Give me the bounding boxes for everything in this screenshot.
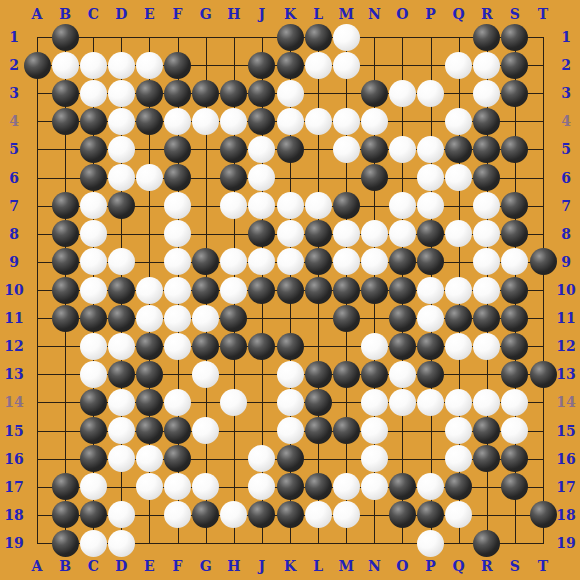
stone-black-L1[interactable] (305, 24, 332, 51)
coord-label-left-12: 12 (0, 339, 28, 353)
stone-white-F18[interactable] (164, 501, 191, 528)
stone-white-Q2[interactable] (445, 52, 472, 79)
stone-white-F14[interactable] (164, 389, 191, 416)
stone-white-D14[interactable] (108, 389, 135, 416)
stone-white-R2[interactable] (473, 52, 500, 79)
stone-white-N12[interactable] (361, 333, 388, 360)
stone-black-S2[interactable] (501, 52, 528, 79)
coord-label-left-17: 17 (0, 480, 28, 494)
stone-black-N6[interactable] (361, 164, 388, 191)
stone-black-E14[interactable] (136, 389, 163, 416)
stone-white-D6[interactable] (108, 164, 135, 191)
coord-label-top-F: F (164, 7, 192, 21)
coord-label-top-J: J (248, 7, 276, 21)
coord-label-bottom-G: G (192, 559, 220, 573)
stone-white-C10[interactable] (80, 277, 107, 304)
stone-white-G17[interactable] (192, 473, 219, 500)
stone-white-J16[interactable] (248, 445, 275, 472)
stone-white-M2[interactable] (333, 52, 360, 79)
stone-black-R4[interactable] (473, 108, 500, 135)
stone-black-J12[interactable] (248, 333, 275, 360)
stone-black-H12[interactable] (220, 333, 247, 360)
coord-label-bottom-K: K (276, 559, 304, 573)
coord-label-top-O: O (388, 7, 416, 21)
stone-black-C4[interactable] (80, 108, 107, 135)
stone-black-B7[interactable] (52, 192, 79, 219)
stone-white-S9[interactable] (501, 248, 528, 275)
stone-black-R15[interactable] (473, 417, 500, 444)
stone-black-T9[interactable] (530, 248, 557, 275)
stone-black-F16[interactable] (164, 445, 191, 472)
stone-white-N4[interactable] (361, 108, 388, 135)
stone-black-M11[interactable] (333, 305, 360, 332)
stone-black-H5[interactable] (220, 136, 247, 163)
stone-black-R1[interactable] (473, 24, 500, 51)
stone-black-H6[interactable] (220, 164, 247, 191)
stone-white-J6[interactable] (248, 164, 275, 191)
stone-white-M18[interactable] (333, 501, 360, 528)
coord-label-bottom-F: F (164, 559, 192, 573)
coord-label-bottom-N: N (360, 559, 388, 573)
coord-label-bottom-A: A (23, 559, 51, 573)
coord-label-top-N: N (360, 7, 388, 21)
stone-white-R12[interactable] (473, 333, 500, 360)
stone-black-L9[interactable] (305, 248, 332, 275)
stone-white-R9[interactable] (473, 248, 500, 275)
stone-black-P12[interactable] (417, 333, 444, 360)
stone-black-K2[interactable] (277, 52, 304, 79)
stone-white-D18[interactable] (108, 501, 135, 528)
stone-white-D19[interactable] (108, 530, 135, 557)
stone-black-K16[interactable] (277, 445, 304, 472)
stone-black-M10[interactable] (333, 277, 360, 304)
coord-label-left-7: 7 (0, 199, 28, 213)
coord-label-left-18: 18 (0, 508, 28, 522)
stone-white-E10[interactable] (136, 277, 163, 304)
stone-white-P19[interactable] (417, 530, 444, 557)
stone-black-G12[interactable] (192, 333, 219, 360)
stone-white-H4[interactable] (220, 108, 247, 135)
coord-label-left-15: 15 (0, 424, 28, 438)
stone-white-M5[interactable] (333, 136, 360, 163)
stone-white-J9[interactable] (248, 248, 275, 275)
coord-label-left-13: 13 (0, 367, 28, 381)
stone-black-M13[interactable] (333, 361, 360, 388)
stone-black-S7[interactable] (501, 192, 528, 219)
stone-white-D4[interactable] (108, 108, 135, 135)
stone-white-H18[interactable] (220, 501, 247, 528)
stone-white-Q16[interactable] (445, 445, 472, 472)
stone-black-J3[interactable] (248, 80, 275, 107)
stone-white-M9[interactable] (333, 248, 360, 275)
stone-white-R14[interactable] (473, 389, 500, 416)
stone-black-P13[interactable] (417, 361, 444, 388)
coord-label-left-3: 3 (0, 86, 28, 100)
stone-black-O18[interactable] (389, 501, 416, 528)
stone-black-A2[interactable] (24, 52, 51, 79)
coord-label-bottom-L: L (304, 559, 332, 573)
stone-white-O5[interactable] (389, 136, 416, 163)
stone-black-S12[interactable] (501, 333, 528, 360)
stone-white-N15[interactable] (361, 417, 388, 444)
coord-label-top-C: C (79, 7, 107, 21)
stone-black-Q17[interactable] (445, 473, 472, 500)
coord-label-bottom-H: H (220, 559, 248, 573)
stone-white-E16[interactable] (136, 445, 163, 472)
stone-white-B2[interactable] (52, 52, 79, 79)
coord-label-right-2: 2 (552, 58, 580, 72)
stone-white-M4[interactable] (333, 108, 360, 135)
stone-black-F5[interactable] (164, 136, 191, 163)
coord-label-top-A: A (23, 7, 51, 21)
stone-white-R7[interactable] (473, 192, 500, 219)
coord-label-top-P: P (417, 7, 445, 21)
stone-black-G10[interactable] (192, 277, 219, 304)
stone-black-D7[interactable] (108, 192, 135, 219)
stone-white-N16[interactable] (361, 445, 388, 472)
stone-black-C16[interactable] (80, 445, 107, 472)
stone-black-E12[interactable] (136, 333, 163, 360)
stone-black-L8[interactable] (305, 220, 332, 247)
stone-black-C15[interactable] (80, 417, 107, 444)
stone-white-Q4[interactable] (445, 108, 472, 135)
stone-black-B17[interactable] (52, 473, 79, 500)
coord-label-top-D: D (107, 7, 135, 21)
stone-black-F6[interactable] (164, 164, 191, 191)
stone-white-Q10[interactable] (445, 277, 472, 304)
stone-white-J7[interactable] (248, 192, 275, 219)
coord-label-bottom-B: B (51, 559, 79, 573)
stone-black-F15[interactable] (164, 417, 191, 444)
stone-white-K8[interactable] (277, 220, 304, 247)
coord-label-top-B: B (51, 7, 79, 21)
coord-label-left-8: 8 (0, 227, 28, 241)
stone-black-S17[interactable] (501, 473, 528, 500)
stone-white-C19[interactable] (80, 530, 107, 557)
stone-white-L18[interactable] (305, 501, 332, 528)
stone-black-M15[interactable] (333, 417, 360, 444)
stone-black-R6[interactable] (473, 164, 500, 191)
stone-white-P10[interactable] (417, 277, 444, 304)
coord-label-right-12: 12 (552, 339, 580, 353)
stone-white-E17[interactable] (136, 473, 163, 500)
stone-white-S14[interactable] (501, 389, 528, 416)
coord-label-left-10: 10 (0, 283, 28, 297)
stone-black-C14[interactable] (80, 389, 107, 416)
stone-black-N3[interactable] (361, 80, 388, 107)
stone-black-E13[interactable] (136, 361, 163, 388)
stone-white-G11[interactable] (192, 305, 219, 332)
stone-black-H3[interactable] (220, 80, 247, 107)
stone-black-D11[interactable] (108, 305, 135, 332)
coord-label-right-5: 5 (552, 142, 580, 156)
stone-white-G13[interactable] (192, 361, 219, 388)
stone-black-C18[interactable] (80, 501, 107, 528)
stone-black-G3[interactable] (192, 80, 219, 107)
stone-white-D12[interactable] (108, 333, 135, 360)
stone-white-R3[interactable] (473, 80, 500, 107)
stone-white-O13[interactable] (389, 361, 416, 388)
stone-white-K13[interactable] (277, 361, 304, 388)
stone-black-R5[interactable] (473, 136, 500, 163)
coord-label-top-K: K (276, 7, 304, 21)
stone-white-F17[interactable] (164, 473, 191, 500)
stone-white-N14[interactable] (361, 389, 388, 416)
stone-black-C5[interactable] (80, 136, 107, 163)
stone-black-L13[interactable] (305, 361, 332, 388)
coord-label-bottom-R: R (473, 559, 501, 573)
stone-white-O7[interactable] (389, 192, 416, 219)
stone-white-F8[interactable] (164, 220, 191, 247)
stone-white-N8[interactable] (361, 220, 388, 247)
go-board[interactable]: AABBCCDDEEFFGGHHJJKKLLMMNNOOPPQQRRSSTT11… (0, 0, 580, 580)
stone-black-B10[interactable] (52, 277, 79, 304)
stone-black-O12[interactable] (389, 333, 416, 360)
stone-white-O3[interactable] (389, 80, 416, 107)
coord-label-left-11: 11 (0, 311, 28, 325)
stone-black-S11[interactable] (501, 305, 528, 332)
stone-black-O11[interactable] (389, 305, 416, 332)
coord-label-right-11: 11 (552, 311, 580, 325)
stone-white-S15[interactable] (501, 417, 528, 444)
stone-white-D5[interactable] (108, 136, 135, 163)
coord-label-top-S: S (501, 7, 529, 21)
stone-black-B1[interactable] (52, 24, 79, 51)
coord-label-right-10: 10 (552, 283, 580, 297)
stone-white-J5[interactable] (248, 136, 275, 163)
coord-label-bottom-Q: Q (445, 559, 473, 573)
stone-black-M7[interactable] (333, 192, 360, 219)
stone-black-O17[interactable] (389, 473, 416, 500)
stone-white-K3[interactable] (277, 80, 304, 107)
stone-white-Q12[interactable] (445, 333, 472, 360)
stone-black-E4[interactable] (136, 108, 163, 135)
stone-white-M8[interactable] (333, 220, 360, 247)
coord-label-bottom-J: J (248, 559, 276, 573)
stone-white-K4[interactable] (277, 108, 304, 135)
stone-white-C7[interactable] (80, 192, 107, 219)
stone-black-D13[interactable] (108, 361, 135, 388)
stone-white-C12[interactable] (80, 333, 107, 360)
stone-black-S16[interactable] (501, 445, 528, 472)
stone-black-N10[interactable] (361, 277, 388, 304)
stone-white-H9[interactable] (220, 248, 247, 275)
stone-white-P7[interactable] (417, 192, 444, 219)
stone-black-K10[interactable] (277, 277, 304, 304)
stone-black-J18[interactable] (248, 501, 275, 528)
coord-label-right-7: 7 (552, 199, 580, 213)
stone-black-B11[interactable] (52, 305, 79, 332)
stone-black-O10[interactable] (389, 277, 416, 304)
stone-black-C11[interactable] (80, 305, 107, 332)
stone-white-K14[interactable] (277, 389, 304, 416)
stone-black-P8[interactable] (417, 220, 444, 247)
stone-black-J10[interactable] (248, 277, 275, 304)
stone-black-K17[interactable] (277, 473, 304, 500)
stone-white-N9[interactable] (361, 248, 388, 275)
stone-white-D15[interactable] (108, 417, 135, 444)
stone-white-Q8[interactable] (445, 220, 472, 247)
stone-black-J4[interactable] (248, 108, 275, 135)
coord-label-left-1: 1 (0, 30, 28, 44)
stone-white-D2[interactable] (108, 52, 135, 79)
coord-label-right-19: 19 (552, 536, 580, 550)
coord-label-left-19: 19 (0, 536, 28, 550)
stone-white-O8[interactable] (389, 220, 416, 247)
stone-white-P11[interactable] (417, 305, 444, 332)
stone-black-S10[interactable] (501, 277, 528, 304)
stone-black-J2[interactable] (248, 52, 275, 79)
stone-black-B18[interactable] (52, 501, 79, 528)
stone-black-F2[interactable] (164, 52, 191, 79)
stone-black-G18[interactable] (192, 501, 219, 528)
stone-black-T13[interactable] (530, 361, 557, 388)
stone-black-O9[interactable] (389, 248, 416, 275)
stone-black-B9[interactable] (52, 248, 79, 275)
stone-white-Q18[interactable] (445, 501, 472, 528)
stone-black-L15[interactable] (305, 417, 332, 444)
coord-label-top-R: R (473, 7, 501, 21)
stone-black-K5[interactable] (277, 136, 304, 163)
coord-label-bottom-S: S (501, 559, 529, 573)
coord-label-top-Q: Q (445, 7, 473, 21)
coord-label-top-M: M (332, 7, 360, 21)
coord-label-top-H: H (220, 7, 248, 21)
stone-black-N5[interactable] (361, 136, 388, 163)
coord-label-left-6: 6 (0, 171, 28, 185)
stone-white-C17[interactable] (80, 473, 107, 500)
coord-label-bottom-T: T (529, 559, 557, 573)
stone-white-K7[interactable] (277, 192, 304, 219)
coord-label-top-L: L (304, 7, 332, 21)
grid-vline (543, 37, 544, 544)
stone-black-B4[interactable] (52, 108, 79, 135)
stone-black-E3[interactable] (136, 80, 163, 107)
stone-white-F4[interactable] (164, 108, 191, 135)
stone-black-S5[interactable] (501, 136, 528, 163)
stone-white-L7[interactable] (305, 192, 332, 219)
stone-white-Q6[interactable] (445, 164, 472, 191)
stone-white-M17[interactable] (333, 473, 360, 500)
stone-white-C3[interactable] (80, 80, 107, 107)
stone-white-Q14[interactable] (445, 389, 472, 416)
stone-black-P9[interactable] (417, 248, 444, 275)
stone-white-O14[interactable] (389, 389, 416, 416)
stone-white-G15[interactable] (192, 417, 219, 444)
stone-black-T18[interactable] (530, 501, 557, 528)
stone-black-E15[interactable] (136, 417, 163, 444)
stone-black-S8[interactable] (501, 220, 528, 247)
stone-white-C2[interactable] (80, 52, 107, 79)
stone-white-J17[interactable] (248, 473, 275, 500)
coord-label-right-6: 6 (552, 171, 580, 185)
stone-white-R10[interactable] (473, 277, 500, 304)
stone-white-N17[interactable] (361, 473, 388, 500)
coord-label-right-16: 16 (552, 452, 580, 466)
coord-label-top-G: G (192, 7, 220, 21)
stone-white-P17[interactable] (417, 473, 444, 500)
stone-black-L10[interactable] (305, 277, 332, 304)
stone-white-K9[interactable] (277, 248, 304, 275)
stone-black-S13[interactable] (501, 361, 528, 388)
stone-black-L17[interactable] (305, 473, 332, 500)
stone-white-H7[interactable] (220, 192, 247, 219)
stone-black-H11[interactable] (220, 305, 247, 332)
stone-white-E6[interactable] (136, 164, 163, 191)
stone-white-F10[interactable] (164, 277, 191, 304)
stone-black-L14[interactable] (305, 389, 332, 416)
coord-label-right-17: 17 (552, 480, 580, 494)
stone-white-P3[interactable] (417, 80, 444, 107)
stone-black-R19[interactable] (473, 530, 500, 557)
stone-white-Q15[interactable] (445, 417, 472, 444)
coord-label-right-14: 14 (552, 395, 580, 409)
stone-white-M1[interactable] (333, 24, 360, 51)
stone-white-L2[interactable] (305, 52, 332, 79)
stone-white-C9[interactable] (80, 248, 107, 275)
stone-white-C8[interactable] (80, 220, 107, 247)
stone-black-R11[interactable] (473, 305, 500, 332)
stone-white-R8[interactable] (473, 220, 500, 247)
stone-white-D3[interactable] (108, 80, 135, 107)
stone-white-F12[interactable] (164, 333, 191, 360)
stone-black-G9[interactable] (192, 248, 219, 275)
stone-black-B19[interactable] (52, 530, 79, 557)
coord-label-bottom-O: O (388, 559, 416, 573)
coord-label-bottom-P: P (417, 559, 445, 573)
stone-black-J8[interactable] (248, 220, 275, 247)
stone-black-Q11[interactable] (445, 305, 472, 332)
stone-white-F9[interactable] (164, 248, 191, 275)
stone-white-E2[interactable] (136, 52, 163, 79)
coord-label-right-15: 15 (552, 424, 580, 438)
stone-black-K12[interactable] (277, 333, 304, 360)
stone-black-S1[interactable] (501, 24, 528, 51)
stone-white-E11[interactable] (136, 305, 163, 332)
stone-white-D9[interactable] (108, 248, 135, 275)
stone-black-N13[interactable] (361, 361, 388, 388)
stone-black-B8[interactable] (52, 220, 79, 247)
stone-white-H10[interactable] (220, 277, 247, 304)
coord-label-right-8: 8 (552, 227, 580, 241)
stone-black-B3[interactable] (52, 80, 79, 107)
coord-label-bottom-D: D (107, 559, 135, 573)
stone-white-L4[interactable] (305, 108, 332, 135)
stone-white-K15[interactable] (277, 417, 304, 444)
stone-black-Q5[interactable] (445, 136, 472, 163)
stone-black-P18[interactable] (417, 501, 444, 528)
stone-black-F3[interactable] (164, 80, 191, 107)
stone-white-F7[interactable] (164, 192, 191, 219)
stone-white-H14[interactable] (220, 389, 247, 416)
stone-white-D16[interactable] (108, 445, 135, 472)
stone-black-D10[interactable] (108, 277, 135, 304)
coord-label-top-E: E (135, 7, 163, 21)
stone-white-C13[interactable] (80, 361, 107, 388)
coord-label-bottom-C: C (79, 559, 107, 573)
stone-black-K1[interactable] (277, 24, 304, 51)
stone-white-G4[interactable] (192, 108, 219, 135)
stone-black-C6[interactable] (80, 164, 107, 191)
stone-white-F11[interactable] (164, 305, 191, 332)
stone-white-P14[interactable] (417, 389, 444, 416)
stone-black-K18[interactable] (277, 501, 304, 528)
stone-black-R16[interactable] (473, 445, 500, 472)
stone-white-P6[interactable] (417, 164, 444, 191)
stone-black-S3[interactable] (501, 80, 528, 107)
coord-label-top-T: T (529, 7, 557, 21)
stone-white-P5[interactable] (417, 136, 444, 163)
